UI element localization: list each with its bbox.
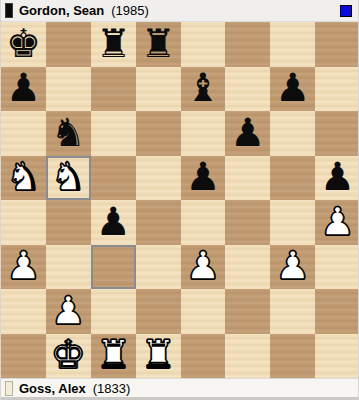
square-h1[interactable]: [315, 334, 359, 379]
white-pawn-piece[interactable]: ♟: [275, 246, 310, 285]
square-c7[interactable]: [91, 67, 136, 112]
square-c6[interactable]: [91, 111, 136, 156]
square-h5[interactable]: ♟: [315, 156, 359, 201]
square-c5[interactable]: [91, 156, 136, 201]
square-e7[interactable]: ♝: [181, 67, 226, 112]
white-pawn-piece[interactable]: ♟: [320, 202, 355, 241]
square-d7[interactable]: [136, 67, 181, 112]
square-a5[interactable]: ♞: [1, 156, 46, 201]
square-e8[interactable]: [181, 22, 226, 67]
bottom-player-bar: Goss, Alex (1833): [1, 378, 358, 400]
square-d5[interactable]: [136, 156, 181, 201]
square-h6[interactable]: [315, 111, 359, 156]
square-b1[interactable]: ♚: [46, 334, 91, 379]
square-b5[interactable]: ♞: [46, 156, 91, 201]
square-b7[interactable]: [46, 67, 91, 112]
square-g7[interactable]: ♟: [270, 67, 315, 112]
square-e1[interactable]: [181, 334, 226, 379]
square-b3[interactable]: [46, 245, 91, 290]
white-rook-piece[interactable]: ♜: [141, 335, 176, 374]
white-pawn-piece[interactable]: ♟: [185, 246, 220, 285]
black-pawn-piece[interactable]: ♟: [275, 68, 310, 107]
square-g1[interactable]: [270, 334, 315, 379]
white-knight-piece[interactable]: ♞: [6, 157, 41, 196]
square-a3[interactable]: ♟: [1, 245, 46, 290]
square-d8[interactable]: ♜: [136, 22, 181, 67]
white-rook-piece[interactable]: ♜: [96, 335, 131, 374]
square-b8[interactable]: [46, 22, 91, 67]
chess-game-window: Gordon, Sean (1985) ♚♜♜♟♝♟♞♟♞♞♟♟♟♟♟♟♟♟♚♜…: [0, 0, 359, 400]
square-g8[interactable]: [270, 22, 315, 67]
white-pawn-piece[interactable]: ♟: [51, 291, 86, 330]
black-bishop-piece[interactable]: ♝: [185, 68, 220, 107]
square-c2[interactable]: [91, 289, 136, 334]
square-f4[interactable]: [225, 200, 270, 245]
square-e4[interactable]: [181, 200, 226, 245]
square-d4[interactable]: [136, 200, 181, 245]
square-h2[interactable]: [315, 289, 359, 334]
square-d6[interactable]: [136, 111, 181, 156]
square-a2[interactable]: [1, 289, 46, 334]
square-d1[interactable]: ♜: [136, 334, 181, 379]
black-rook-piece[interactable]: ♜: [96, 24, 131, 63]
bottom-player-rating: (1833): [93, 381, 131, 396]
square-a4[interactable]: [1, 200, 46, 245]
top-player-name: Gordon, Sean: [19, 3, 104, 18]
black-rook-piece[interactable]: ♜: [141, 24, 176, 63]
square-a7[interactable]: ♟: [1, 67, 46, 112]
white-color-tag-icon: [5, 381, 13, 396]
square-h7[interactable]: [315, 67, 359, 112]
black-pawn-piece[interactable]: ♟: [96, 202, 131, 241]
chess-board[interactable]: ♚♜♜♟♝♟♞♟♞♞♟♟♟♟♟♟♟♟♚♜♜: [1, 22, 359, 378]
square-d2[interactable]: [136, 289, 181, 334]
square-f6[interactable]: ♟: [225, 111, 270, 156]
square-f7[interactable]: [225, 67, 270, 112]
black-color-tag-icon: [5, 3, 13, 18]
square-a6[interactable]: [1, 111, 46, 156]
square-b2[interactable]: ♟: [46, 289, 91, 334]
black-knight-piece[interactable]: ♞: [51, 113, 86, 152]
black-pawn-piece[interactable]: ♟: [185, 157, 220, 196]
square-f8[interactable]: [225, 22, 270, 67]
square-e2[interactable]: [181, 289, 226, 334]
square-e6[interactable]: [181, 111, 226, 156]
black-king-piece[interactable]: ♚: [6, 24, 41, 63]
square-g2[interactable]: [270, 289, 315, 334]
square-a1[interactable]: [1, 334, 46, 379]
top-player-bar: Gordon, Sean (1985): [1, 0, 358, 22]
bottom-player-name: Goss, Alex: [19, 381, 86, 396]
square-g5[interactable]: [270, 156, 315, 201]
square-h3[interactable]: [315, 245, 359, 290]
square-c3[interactable]: [91, 245, 136, 290]
square-c4[interactable]: ♟: [91, 200, 136, 245]
square-f5[interactable]: [225, 156, 270, 201]
square-c1[interactable]: ♜: [91, 334, 136, 379]
square-b4[interactable]: [46, 200, 91, 245]
white-knight-piece[interactable]: ♞: [51, 157, 86, 196]
square-c8[interactable]: ♜: [91, 22, 136, 67]
square-d3[interactable]: [136, 245, 181, 290]
square-a8[interactable]: ♚: [1, 22, 46, 67]
black-pawn-piece[interactable]: ♟: [6, 68, 41, 107]
white-pawn-piece[interactable]: ♟: [6, 246, 41, 285]
white-king-piece[interactable]: ♚: [51, 335, 86, 374]
black-pawn-piece[interactable]: ♟: [230, 113, 265, 152]
square-g4[interactable]: [270, 200, 315, 245]
square-g6[interactable]: [270, 111, 315, 156]
top-player-rating: (1985): [111, 3, 149, 18]
square-g3[interactable]: ♟: [270, 245, 315, 290]
square-e3[interactable]: ♟: [181, 245, 226, 290]
square-h8[interactable]: [315, 22, 359, 67]
square-f1[interactable]: [225, 334, 270, 379]
square-f3[interactable]: [225, 245, 270, 290]
square-b6[interactable]: ♞: [46, 111, 91, 156]
square-e5[interactable]: ♟: [181, 156, 226, 201]
black-pawn-piece[interactable]: ♟: [320, 157, 355, 196]
square-f2[interactable]: [225, 289, 270, 334]
square-h4[interactable]: ♟: [315, 200, 359, 245]
status-indicator-icon: [340, 5, 352, 17]
